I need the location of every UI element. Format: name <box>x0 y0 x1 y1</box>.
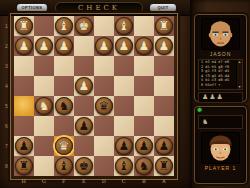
opponent-name: JASON <box>195 51 246 57</box>
captured-pawn-icon: ♟ <box>209 93 215 102</box>
file-label-f: F <box>54 177 74 186</box>
square-g3[interactable] <box>34 56 54 76</box>
black-pawn-b7[interactable]: ♟ <box>135 137 153 155</box>
black-knight-icon: ♞ <box>139 157 150 175</box>
white-knight-icon: ♞ <box>39 97 50 115</box>
player-name: PLAYER 1 <box>195 165 246 171</box>
white-pawn-icon: ♟ <box>79 77 90 95</box>
black-pawn-h7[interactable]: ♟ <box>15 137 33 155</box>
file-label-e: E <box>74 177 94 186</box>
square-b3[interactable] <box>134 56 154 76</box>
black-bishop-icon: ♝ <box>59 157 70 175</box>
white-king-e1[interactable]: ♚ <box>75 17 93 35</box>
white-rook-icon: ♜ <box>159 17 170 35</box>
player-avatar <box>201 132 240 164</box>
square-e5[interactable] <box>74 96 94 116</box>
square-c5[interactable] <box>114 96 134 116</box>
square-g2[interactable]: ♟ <box>34 36 54 56</box>
square-e6[interactable]: ♟ <box>74 116 94 136</box>
square-d8[interactable] <box>94 156 114 176</box>
sidebar: JASON 1 e2-e4 e7-e62 d1-h5 g8-f63 g1-f3 … <box>190 0 250 188</box>
square-f7[interactable]: ♛ <box>54 136 74 156</box>
black-bishop-f8[interactable]: ♝ <box>55 157 73 175</box>
black-pawn-icon: ♟ <box>79 117 90 135</box>
white-pawn-icon: ♟ <box>39 37 50 55</box>
black-rook-a8[interactable]: ♜ <box>155 157 173 175</box>
white-pawn-icon: ♟ <box>19 37 30 55</box>
black-bishop-icon: ♝ <box>119 157 130 175</box>
move-list[interactable]: 1 e2-e4 e7-e62 d1-h5 g8-f63 g1-f3 d7-d54… <box>198 59 243 90</box>
square-h8[interactable]: ♜ <box>14 156 34 176</box>
white-pawn-icon: ♟ <box>99 37 110 55</box>
square-f4[interactable] <box>54 76 74 96</box>
square-g5[interactable]: ♞ <box>34 96 54 116</box>
square-h4[interactable] <box>14 76 34 96</box>
square-f8[interactable]: ♝ <box>54 156 74 176</box>
black-bishop-c8[interactable]: ♝ <box>115 157 133 175</box>
white-bishop-f1[interactable]: ♝ <box>55 17 73 35</box>
white-pawn-icon: ♟ <box>159 37 170 55</box>
black-pawn-icon: ♟ <box>119 137 130 155</box>
white-pawn-h2[interactable]: ♟ <box>15 37 33 55</box>
black-pawn-e6[interactable]: ♟ <box>75 117 93 135</box>
square-a5[interactable] <box>154 96 174 116</box>
square-h5[interactable] <box>14 96 34 116</box>
rank-label-7: 7 <box>2 136 11 156</box>
square-a7[interactable]: ♟ <box>154 136 174 156</box>
rank-label-4: 4 <box>2 76 11 96</box>
square-c4[interactable] <box>114 76 134 96</box>
status-text: CHECK <box>56 3 142 13</box>
square-b4[interactable] <box>134 76 154 96</box>
chess-board[interactable]: ♜♝♚♝♜♟♟♟♟♟♟♟♟♞♞♛♟♟♛♟♟♟♜♝♚♝♞♜ <box>14 16 174 176</box>
white-king-icon: ♚ <box>79 17 90 35</box>
file-label-g: G <box>34 177 54 186</box>
white-pawn-c2[interactable]: ♟ <box>115 37 133 55</box>
black-knight-icon: ♞ <box>59 97 70 115</box>
square-c3[interactable] <box>114 56 134 76</box>
square-h6[interactable] <box>14 116 34 136</box>
black-queen-d5[interactable]: ♛ <box>95 97 113 115</box>
file-label-h: H <box>14 177 34 186</box>
scroll-up-icon[interactable]: ▲ <box>237 60 242 64</box>
square-b5[interactable] <box>134 96 154 116</box>
white-pawn-d2[interactable]: ♟ <box>95 37 113 55</box>
opponent-panel: JASON 1 e2-e4 e7-e62 d1-h5 g8-f63 g1-f3 … <box>194 14 247 102</box>
square-g1[interactable] <box>34 16 54 36</box>
square-b8[interactable]: ♞ <box>134 156 154 176</box>
turn-indicator-icon: ✱ <box>197 106 202 113</box>
captured-pieces-bottom: ♞ <box>198 115 243 129</box>
square-c7[interactable]: ♟ <box>114 136 134 156</box>
white-pawn-icon: ♟ <box>139 37 150 55</box>
square-e2[interactable] <box>74 36 94 56</box>
square-a1[interactable]: ♜ <box>154 16 174 36</box>
square-f3[interactable] <box>54 56 74 76</box>
square-d6[interactable] <box>94 116 114 136</box>
black-rook-icon: ♜ <box>19 157 30 175</box>
square-b1[interactable] <box>134 16 154 36</box>
file-label-a: A <box>154 177 174 186</box>
square-a3[interactable] <box>154 56 174 76</box>
square-h2[interactable]: ♟ <box>14 36 34 56</box>
square-g7[interactable] <box>34 136 54 156</box>
square-h3[interactable] <box>14 56 34 76</box>
square-g4[interactable] <box>34 76 54 96</box>
square-f1[interactable]: ♝ <box>54 16 74 36</box>
black-pawn-icon: ♟ <box>139 137 150 155</box>
square-c2[interactable]: ♟ <box>114 36 134 56</box>
rank-label-3: 3 <box>2 56 11 76</box>
captured-pawn-icon: ♟ <box>202 93 208 102</box>
black-pawn-icon: ♟ <box>19 137 30 155</box>
black-knight-b8[interactable]: ♞ <box>135 157 153 175</box>
black-rook-h8[interactable]: ♜ <box>15 157 33 175</box>
square-h1[interactable]: ♜ <box>14 16 34 36</box>
square-h7[interactable]: ♟ <box>14 136 34 156</box>
bald-face-icon <box>202 19 239 49</box>
white-pawn-b2[interactable]: ♟ <box>135 37 153 55</box>
square-e7[interactable] <box>74 136 94 156</box>
brown-hair-face-icon <box>202 133 239 163</box>
black-pawn-a7[interactable]: ♟ <box>155 137 173 155</box>
white-knight-g5[interactable]: ♞ <box>35 97 53 115</box>
square-g8[interactable] <box>34 156 54 176</box>
square-f5[interactable]: ♞ <box>54 96 74 116</box>
square-d4[interactable] <box>94 76 114 96</box>
white-pawn-icon: ♟ <box>119 37 130 55</box>
white-queen-icon: ♛ <box>59 137 70 155</box>
square-b2[interactable]: ♟ <box>134 36 154 56</box>
square-d1[interactable] <box>94 16 114 36</box>
square-d2[interactable]: ♟ <box>94 36 114 56</box>
black-king-e8[interactable]: ♚ <box>75 157 93 175</box>
square-e1[interactable]: ♚ <box>74 16 94 36</box>
rank-label-8: 8 <box>2 156 11 176</box>
square-b6[interactable] <box>134 116 154 136</box>
black-queen-icon: ♛ <box>99 97 110 115</box>
square-a8[interactable]: ♜ <box>154 156 174 176</box>
white-pawn-e4[interactable]: ♟ <box>75 77 93 95</box>
white-pawn-g2[interactable]: ♟ <box>35 37 53 55</box>
white-queen-f7[interactable]: ♛ <box>55 137 73 155</box>
square-a2[interactable]: ♟ <box>154 36 174 56</box>
rank-label-5: 5 <box>2 96 11 116</box>
square-g6[interactable] <box>34 116 54 136</box>
square-c6[interactable] <box>114 116 134 136</box>
square-f2[interactable]: ♟ <box>54 36 74 56</box>
rank-label-6: 6 <box>2 116 11 136</box>
square-e3[interactable] <box>74 56 94 76</box>
square-c8[interactable]: ♝ <box>114 156 134 176</box>
file-label-b: B <box>134 177 154 186</box>
file-label-c: C <box>114 177 134 186</box>
board-panel: OPTIONS CHECK QUIT 12345678 ♜♝♚♝♜♟♟♟♟♟♟♟… <box>0 0 190 188</box>
move-list-scrollbar[interactable]: ▲ ▼ <box>236 60 242 89</box>
white-pawn-f2[interactable]: ♟ <box>55 37 73 55</box>
rank-label-2: 2 <box>2 36 11 56</box>
white-pawn-icon: ♟ <box>59 37 70 55</box>
player-panel: ✱ ♞ PLAYER 1 <box>194 106 247 184</box>
black-pawn-c7[interactable]: ♟ <box>115 137 133 155</box>
square-f6[interactable] <box>54 116 74 136</box>
rank-labels: 12345678 <box>2 16 11 176</box>
square-d3[interactable] <box>94 56 114 76</box>
white-bishop-icon: ♝ <box>59 17 70 35</box>
square-b7[interactable]: ♟ <box>134 136 154 156</box>
status-pill: CHECK <box>55 2 143 14</box>
captured-knight-icon: ♞ <box>202 118 208 127</box>
square-d7[interactable] <box>94 136 114 156</box>
quit-button[interactable]: QUIT <box>149 3 177 13</box>
black-knight-f5[interactable]: ♞ <box>55 97 73 115</box>
file-labels: HGFEDCBA <box>14 177 174 186</box>
black-pawn-icon: ♟ <box>159 137 170 155</box>
opponent-avatar <box>201 18 240 50</box>
square-e4[interactable]: ♟ <box>74 76 94 96</box>
white-rook-icon: ♜ <box>19 17 30 35</box>
options-button[interactable]: OPTIONS <box>16 3 48 13</box>
scroll-down-icon[interactable]: ▼ <box>237 85 242 89</box>
square-c1[interactable]: ♝ <box>114 16 134 36</box>
square-a6[interactable] <box>154 116 174 136</box>
black-rook-icon: ♜ <box>159 157 170 175</box>
white-pawn-a2[interactable]: ♟ <box>155 37 173 55</box>
captured-pawn-icon: ♟ <box>217 93 223 102</box>
white-rook-h1[interactable]: ♜ <box>15 17 33 35</box>
white-bishop-icon: ♝ <box>119 17 130 35</box>
square-e8[interactable]: ♚ <box>74 156 94 176</box>
file-label-d: D <box>94 177 114 186</box>
rank-label-1: 1 <box>2 16 11 36</box>
square-a4[interactable] <box>154 76 174 96</box>
black-king-icon: ♚ <box>79 157 90 175</box>
white-bishop-c1[interactable]: ♝ <box>115 17 133 35</box>
square-d5[interactable]: ♛ <box>94 96 114 116</box>
captured-pieces-top: ♟♟♟ <box>198 92 243 103</box>
white-rook-a1[interactable]: ♜ <box>155 17 173 35</box>
game-screen: OPTIONS CHECK QUIT 12345678 ♜♝♚♝♜♟♟♟♟♟♟♟… <box>0 0 250 188</box>
